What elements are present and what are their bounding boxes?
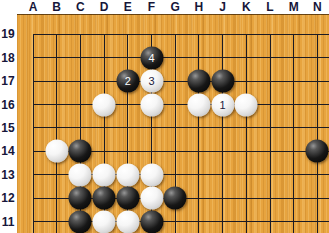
left-coordinate-strip — [0, 0, 17, 233]
top-coordinate-strip — [0, 0, 329, 14]
goban[interactable] — [17, 14, 329, 233]
go-board-viewport: ABCDEFGHJKLMN1918171615141312114231 — [0, 0, 329, 233]
